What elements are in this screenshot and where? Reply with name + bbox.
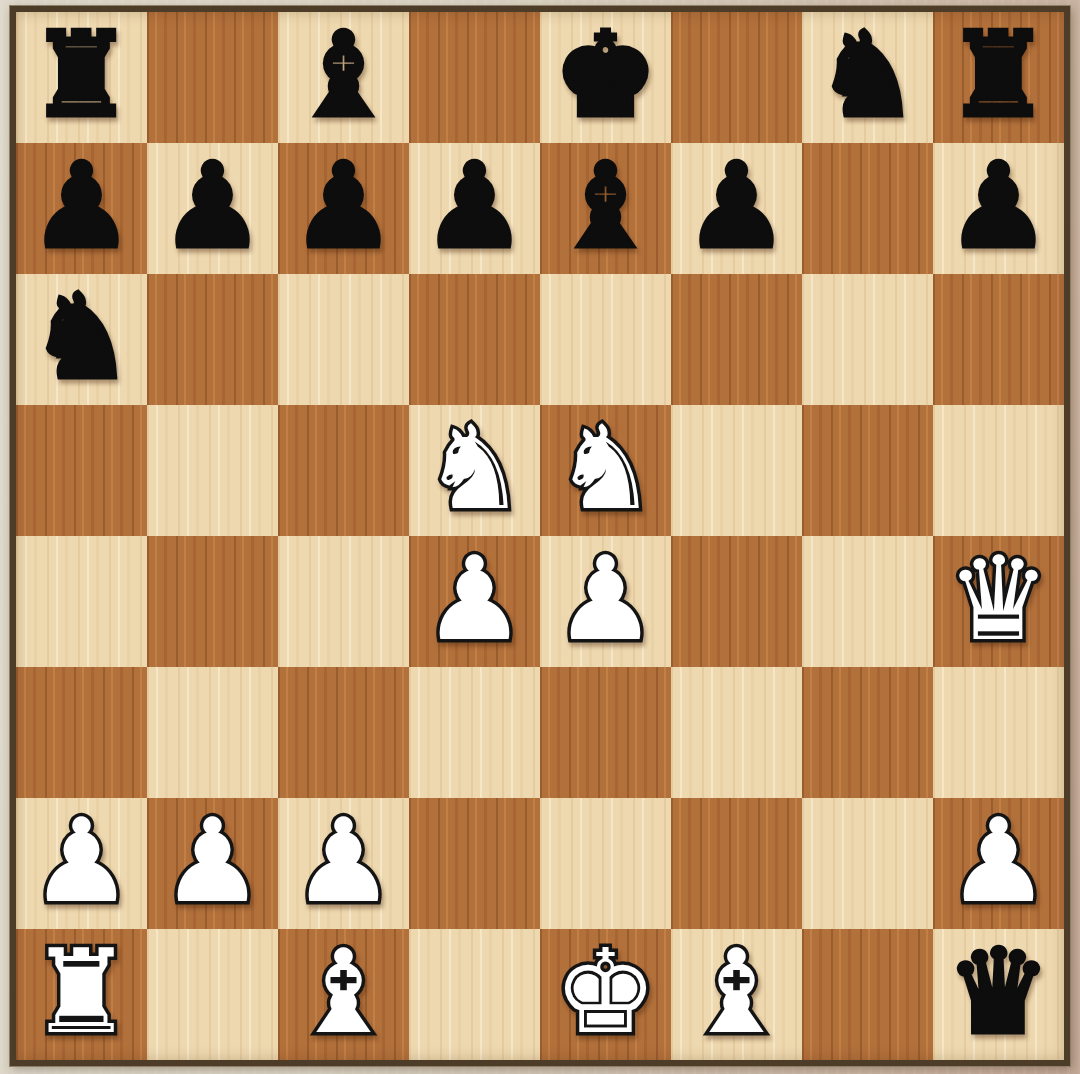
white-bishop-f1[interactable]: ♝ [685, 934, 789, 1050]
black-pawn-f7[interactable]: ♟ [685, 148, 789, 264]
square-d2[interactable] [409, 798, 540, 929]
square-h1[interactable]: ♛ [933, 929, 1064, 1060]
square-c5[interactable] [278, 405, 409, 536]
square-h2[interactable]: ♟ [933, 798, 1064, 929]
square-b8[interactable] [147, 12, 278, 143]
square-g4[interactable] [802, 536, 933, 667]
black-pawn-d7[interactable]: ♟ [423, 148, 527, 264]
square-f6[interactable] [671, 274, 802, 405]
square-b4[interactable] [147, 536, 278, 667]
white-pawn-b2[interactable]: ♟ [161, 803, 265, 919]
square-c7[interactable]: ♟ [278, 143, 409, 274]
square-g8[interactable]: ♞ [802, 12, 933, 143]
square-f7[interactable]: ♟ [671, 143, 802, 274]
square-f3[interactable] [671, 667, 802, 798]
white-pawn-d4[interactable]: ♟ [423, 541, 527, 657]
square-g6[interactable] [802, 274, 933, 405]
black-pawn-b7[interactable]: ♟ [161, 148, 265, 264]
square-a1[interactable]: ♜ [16, 929, 147, 1060]
white-queen-h4[interactable]: ♛ [947, 541, 1051, 657]
square-h8[interactable]: ♜ [933, 12, 1064, 143]
square-e3[interactable] [540, 667, 671, 798]
square-f5[interactable] [671, 405, 802, 536]
square-c4[interactable] [278, 536, 409, 667]
black-pawn-h7[interactable]: ♟ [947, 148, 1051, 264]
square-h6[interactable] [933, 274, 1064, 405]
square-c3[interactable] [278, 667, 409, 798]
square-d4[interactable]: ♟ [409, 536, 540, 667]
square-b7[interactable]: ♟ [147, 143, 278, 274]
square-b3[interactable] [147, 667, 278, 798]
square-e7[interactable]: ♝ [540, 143, 671, 274]
white-king-e1[interactable]: ♚ [554, 934, 658, 1050]
square-g1[interactable] [802, 929, 933, 1060]
square-e4[interactable]: ♟ [540, 536, 671, 667]
chess-board: ♜♝♚♞♜♟♟♟♟♝♟♟♞♞♞♟♟♛♟♟♟♟♜♝♚♝♛ [10, 6, 1070, 1066]
square-a3[interactable] [16, 667, 147, 798]
square-d3[interactable] [409, 667, 540, 798]
square-d1[interactable] [409, 929, 540, 1060]
square-h3[interactable] [933, 667, 1064, 798]
square-g2[interactable] [802, 798, 933, 929]
white-pawn-c2[interactable]: ♟ [292, 803, 396, 919]
black-king-e8[interactable]: ♚ [554, 17, 658, 133]
square-e5[interactable]: ♞ [540, 405, 671, 536]
square-h4[interactable]: ♛ [933, 536, 1064, 667]
square-a4[interactable] [16, 536, 147, 667]
square-b5[interactable] [147, 405, 278, 536]
black-pawn-c7[interactable]: ♟ [292, 148, 396, 264]
black-queen-h1[interactable]: ♛ [947, 934, 1051, 1050]
white-pawn-a2[interactable]: ♟ [30, 803, 134, 919]
white-pawn-e4[interactable]: ♟ [554, 541, 658, 657]
black-pawn-a7[interactable]: ♟ [30, 148, 134, 264]
black-rook-a8[interactable]: ♜ [30, 17, 134, 133]
white-knight-d5[interactable]: ♞ [423, 410, 527, 526]
square-f4[interactable] [671, 536, 802, 667]
square-b2[interactable]: ♟ [147, 798, 278, 929]
square-g5[interactable] [802, 405, 933, 536]
square-c1[interactable]: ♝ [278, 929, 409, 1060]
square-h7[interactable]: ♟ [933, 143, 1064, 274]
square-b1[interactable] [147, 929, 278, 1060]
square-e1[interactable]: ♚ [540, 929, 671, 1060]
square-d7[interactable]: ♟ [409, 143, 540, 274]
square-f8[interactable] [671, 12, 802, 143]
page-background: { "game": "chess", "position": { "fen": … [0, 0, 1080, 1074]
white-rook-a1[interactable]: ♜ [30, 934, 134, 1050]
square-a5[interactable] [16, 405, 147, 536]
square-d8[interactable] [409, 12, 540, 143]
square-b6[interactable] [147, 274, 278, 405]
square-c6[interactable] [278, 274, 409, 405]
black-bishop-c8[interactable]: ♝ [292, 17, 396, 133]
square-e2[interactable] [540, 798, 671, 929]
square-h5[interactable] [933, 405, 1064, 536]
square-e6[interactable] [540, 274, 671, 405]
square-c8[interactable]: ♝ [278, 12, 409, 143]
square-a2[interactable]: ♟ [16, 798, 147, 929]
black-knight-a6[interactable]: ♞ [30, 279, 134, 395]
board-grid: ♜♝♚♞♜♟♟♟♟♝♟♟♞♞♞♟♟♛♟♟♟♟♜♝♚♝♛ [16, 12, 1064, 1060]
square-a8[interactable]: ♜ [16, 12, 147, 143]
square-f2[interactable] [671, 798, 802, 929]
square-a7[interactable]: ♟ [16, 143, 147, 274]
square-g7[interactable] [802, 143, 933, 274]
white-knight-e5[interactable]: ♞ [554, 410, 658, 526]
square-c2[interactable]: ♟ [278, 798, 409, 929]
square-d5[interactable]: ♞ [409, 405, 540, 536]
white-bishop-c1[interactable]: ♝ [292, 934, 396, 1050]
square-g3[interactable] [802, 667, 933, 798]
square-f1[interactable]: ♝ [671, 929, 802, 1060]
black-knight-g8[interactable]: ♞ [816, 17, 920, 133]
white-pawn-h2[interactable]: ♟ [947, 803, 1051, 919]
black-bishop-e7[interactable]: ♝ [554, 148, 658, 264]
square-d6[interactable] [409, 274, 540, 405]
square-a6[interactable]: ♞ [16, 274, 147, 405]
black-rook-h8[interactable]: ♜ [947, 17, 1051, 133]
square-e8[interactable]: ♚ [540, 12, 671, 143]
